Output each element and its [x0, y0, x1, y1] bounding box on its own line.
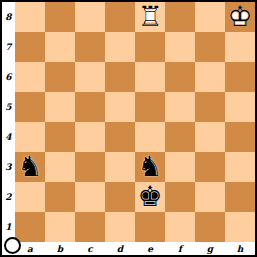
file-label-b: b	[45, 242, 75, 255]
square-d7[interactable]	[105, 32, 135, 62]
square-h6[interactable]	[225, 62, 255, 92]
square-f2[interactable]	[165, 182, 195, 212]
square-h3[interactable]	[225, 152, 255, 182]
square-a8[interactable]	[15, 2, 45, 32]
file-label-e: e	[135, 242, 165, 255]
square-a6[interactable]	[15, 62, 45, 92]
square-g4[interactable]	[195, 122, 225, 152]
square-h1[interactable]	[225, 212, 255, 242]
black-knight[interactable]: ♞	[15, 152, 45, 182]
chess-board[interactable]: ♜♖♚♔♞♞♚	[15, 2, 255, 242]
square-g5[interactable]	[195, 92, 225, 122]
white-rook[interactable]: ♜♖	[135, 2, 165, 32]
square-e5[interactable]	[135, 92, 165, 122]
white-rook-outline: ♖	[135, 2, 165, 32]
square-c7[interactable]	[75, 32, 105, 62]
black-king[interactable]: ♚	[135, 182, 165, 212]
square-h4[interactable]	[225, 122, 255, 152]
chess-diagram: 87654321 ♜♖♚♔♞♞♚ abcdefgh	[0, 0, 257, 257]
file-label-f: f	[165, 242, 195, 255]
square-f1[interactable]	[165, 212, 195, 242]
square-d4[interactable]	[105, 122, 135, 152]
rank-labels: 87654321	[2, 2, 15, 242]
square-b7[interactable]	[45, 32, 75, 62]
square-f4[interactable]	[165, 122, 195, 152]
square-a3[interactable]: ♞	[15, 152, 45, 182]
white-to-move-indicator	[4, 237, 21, 254]
square-b2[interactable]	[45, 182, 75, 212]
square-g6[interactable]	[195, 62, 225, 92]
square-g8[interactable]	[195, 2, 225, 32]
square-c8[interactable]	[75, 2, 105, 32]
square-h7[interactable]	[225, 32, 255, 62]
rank-label-8: 8	[2, 2, 15, 32]
rank-label-2: 2	[2, 182, 15, 212]
white-king[interactable]: ♚♔	[225, 2, 255, 32]
file-label-g: g	[195, 242, 225, 255]
square-f8[interactable]	[165, 2, 195, 32]
square-d8[interactable]	[105, 2, 135, 32]
file-label-h: h	[225, 242, 255, 255]
square-f5[interactable]	[165, 92, 195, 122]
square-h2[interactable]	[225, 182, 255, 212]
square-c3[interactable]	[75, 152, 105, 182]
square-b3[interactable]	[45, 152, 75, 182]
file-label-d: d	[105, 242, 135, 255]
square-a5[interactable]	[15, 92, 45, 122]
square-g7[interactable]	[195, 32, 225, 62]
rank-label-6: 6	[2, 62, 15, 92]
rank-label-4: 4	[2, 122, 15, 152]
rank-label-7: 7	[2, 32, 15, 62]
square-d3[interactable]	[105, 152, 135, 182]
square-e4[interactable]	[135, 122, 165, 152]
square-e7[interactable]	[135, 32, 165, 62]
square-b5[interactable]	[45, 92, 75, 122]
square-f7[interactable]	[165, 32, 195, 62]
square-g2[interactable]	[195, 182, 225, 212]
square-h5[interactable]	[225, 92, 255, 122]
square-e2[interactable]: ♚	[135, 182, 165, 212]
white-king-outline: ♔	[225, 2, 255, 32]
rank-label-5: 5	[2, 92, 15, 122]
square-g1[interactable]	[195, 212, 225, 242]
square-c5[interactable]	[75, 92, 105, 122]
square-b6[interactable]	[45, 62, 75, 92]
square-a4[interactable]	[15, 122, 45, 152]
square-h8[interactable]: ♚♔	[225, 2, 255, 32]
square-e3[interactable]: ♞	[135, 152, 165, 182]
square-f6[interactable]	[165, 62, 195, 92]
file-label-c: c	[75, 242, 105, 255]
square-c2[interactable]	[75, 182, 105, 212]
square-d2[interactable]	[105, 182, 135, 212]
square-b1[interactable]	[45, 212, 75, 242]
rank-label-3: 3	[2, 152, 15, 182]
square-a2[interactable]	[15, 182, 45, 212]
file-labels: abcdefgh	[15, 242, 255, 255]
square-g3[interactable]	[195, 152, 225, 182]
square-d5[interactable]	[105, 92, 135, 122]
square-d1[interactable]	[105, 212, 135, 242]
black-knight[interactable]: ♞	[135, 152, 165, 182]
square-f3[interactable]	[165, 152, 195, 182]
square-c1[interactable]	[75, 212, 105, 242]
square-e8[interactable]: ♜♖	[135, 2, 165, 32]
square-e1[interactable]	[135, 212, 165, 242]
square-a1[interactable]	[15, 212, 45, 242]
square-b8[interactable]	[45, 2, 75, 32]
square-c4[interactable]	[75, 122, 105, 152]
square-d6[interactable]	[105, 62, 135, 92]
square-a7[interactable]	[15, 32, 45, 62]
square-e6[interactable]	[135, 62, 165, 92]
square-c6[interactable]	[75, 62, 105, 92]
square-b4[interactable]	[45, 122, 75, 152]
